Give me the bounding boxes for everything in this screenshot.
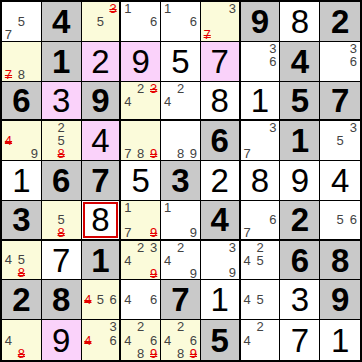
candidate-6: 6 xyxy=(187,15,200,28)
solved-digit: 9 xyxy=(291,164,309,197)
given-digit: 5 xyxy=(211,324,229,357)
cell-r3c7[interactable]: 1 xyxy=(241,82,281,122)
solved-digit: 8 xyxy=(211,84,229,117)
pencil-marks: 45 xyxy=(241,280,280,319)
given-digit: 3 xyxy=(171,164,189,197)
cell-r9c1[interactable]: 48 xyxy=(2,320,42,360)
candidate-6: 6 xyxy=(267,213,280,226)
given-digit: 2 xyxy=(331,5,349,38)
eliminated-candidate-4: 4 xyxy=(82,293,95,306)
candidate-8: 8 xyxy=(174,347,187,360)
pencil-marks: 57 xyxy=(2,2,41,41)
pencil-marks: 46 xyxy=(121,280,160,319)
cell-r2c1[interactable]: 87 xyxy=(2,42,42,82)
pencil-marks: 24 xyxy=(241,320,280,360)
cell-r1c6[interactable]: 37 xyxy=(201,2,241,42)
cell-r8c9[interactable]: 9 xyxy=(320,280,360,320)
cell-r4c3[interactable]: 4 xyxy=(82,121,122,161)
pencil-marks: 24 xyxy=(161,82,200,120)
candidate-4: 4 xyxy=(161,95,174,108)
candidate-4: 4 xyxy=(2,333,15,346)
cell-r3c1[interactable]: 6 xyxy=(2,82,42,122)
cell-r3c8[interactable]: 5 xyxy=(280,82,320,122)
eliminated-candidate-9: 9 xyxy=(147,147,160,160)
pencil-marks: 249 xyxy=(161,241,200,280)
candidate-2: 2 xyxy=(174,320,187,333)
given-digit: 9 xyxy=(331,283,349,316)
cell-r3c6[interactable]: 8 xyxy=(201,82,241,122)
cell-r6c5[interactable]: 19 xyxy=(161,201,201,241)
cell-r4c2[interactable]: 258 xyxy=(42,121,82,161)
cell-r2c3[interactable]: 2 xyxy=(82,42,122,82)
cell-r3c3[interactable]: 9 xyxy=(82,82,122,122)
solved-digit: 9 xyxy=(132,45,150,78)
cell-r8c7[interactable]: 45 xyxy=(241,280,281,320)
candidate-2: 2 xyxy=(174,241,187,254)
cell-r7c4[interactable]: 2349 xyxy=(121,241,161,281)
pencil-marks: 37 xyxy=(201,2,239,41)
candidate-7: 7 xyxy=(121,147,134,160)
cell-r4c9[interactable]: 35 xyxy=(320,121,360,161)
candidate-1: 1 xyxy=(121,201,134,214)
pencil-marks: 564 xyxy=(82,280,120,319)
solved-digit: 3 xyxy=(52,84,70,117)
cell-r5c3[interactable]: 7 xyxy=(82,161,122,201)
candidate-7: 7 xyxy=(121,226,134,239)
given-digit: 9 xyxy=(91,84,109,117)
candidate-6: 6 xyxy=(267,55,280,68)
given-digit: 1 xyxy=(52,45,70,78)
candidate-8: 8 xyxy=(134,147,147,160)
eliminated-candidate-7: 7 xyxy=(2,68,15,81)
given-digit: 3 xyxy=(12,203,30,236)
given-digit: 4 xyxy=(52,5,70,38)
pencil-marks: 2349 xyxy=(121,241,160,280)
pencil-marks: 87 xyxy=(2,42,41,81)
cell-r6c3[interactable]: 8 xyxy=(82,201,122,241)
candidate-6: 6 xyxy=(187,333,200,346)
candidate-2: 2 xyxy=(134,82,147,95)
eliminated-candidate-9: 9 xyxy=(147,267,160,280)
cell-r1c2[interactable]: 4 xyxy=(42,2,82,42)
candidate-5: 5 xyxy=(94,293,107,306)
candidate-5: 5 xyxy=(254,293,267,306)
cell-r2c8[interactable]: 4 xyxy=(280,42,320,82)
given-digit: 1 xyxy=(91,244,109,277)
cell-r7c6[interactable]: 39 xyxy=(201,241,241,281)
candidate-3: 3 xyxy=(226,2,239,15)
pencil-marks: 179 xyxy=(121,201,160,239)
eliminated-candidate-4: 4 xyxy=(2,134,15,147)
candidate-5: 5 xyxy=(333,213,346,226)
cell-r6c8[interactable]: 2 xyxy=(280,201,320,241)
pencil-marks: 67 xyxy=(241,201,280,239)
pencil-marks: 243 xyxy=(121,82,160,120)
candidate-4: 4 xyxy=(241,333,254,346)
cell-r1c4[interactable]: 16 xyxy=(121,2,161,42)
candidate-2: 2 xyxy=(174,82,187,95)
cell-r4c5[interactable]: 89 xyxy=(161,121,201,161)
cell-r1c5[interactable]: 16 xyxy=(161,2,201,42)
cell-r8c1[interactable]: 2 xyxy=(2,280,42,320)
cell-r5c4[interactable]: 5 xyxy=(121,161,161,201)
sudoku-board: 5745316163798287129573643663924324815794… xyxy=(0,0,362,362)
candidate-5: 5 xyxy=(15,15,28,28)
eliminated-candidate-3: 3 xyxy=(107,2,120,15)
cell-r7c9[interactable]: 8 xyxy=(320,241,360,281)
cell-r8c8[interactable]: 3 xyxy=(280,280,320,320)
solved-digit: 3 xyxy=(291,283,309,316)
candidate-6: 6 xyxy=(147,293,160,306)
cell-r3c2[interactable]: 3 xyxy=(42,82,82,122)
cell-r5c7[interactable]: 8 xyxy=(241,161,281,201)
solved-digit: 1 xyxy=(12,164,30,197)
cell-r7c5[interactable]: 249 xyxy=(161,241,201,281)
candidate-7: 7 xyxy=(241,147,254,160)
pencil-marks: 58 xyxy=(42,201,81,239)
cell-r8c5[interactable]: 7 xyxy=(161,280,201,320)
pencil-marks: 35 xyxy=(320,121,360,160)
cell-r7c1[interactable]: 458 xyxy=(2,241,42,281)
cell-r4c6[interactable]: 6 xyxy=(201,121,241,161)
solved-digit: 2 xyxy=(91,45,109,78)
solved-digit: 8 xyxy=(91,203,109,236)
cell-r2c5[interactable]: 5 xyxy=(161,42,201,82)
cell-r2c6[interactable]: 7 xyxy=(201,42,241,82)
candidate-8: 8 xyxy=(134,347,147,360)
cell-r6c2[interactable]: 58 xyxy=(42,201,82,241)
candidate-3: 3 xyxy=(267,42,280,55)
candidate-4: 4 xyxy=(241,293,254,306)
eliminated-candidate-9: 9 xyxy=(147,226,160,239)
given-digit: 8 xyxy=(331,244,349,277)
candidate-2: 2 xyxy=(254,241,267,254)
cell-r5c1[interactable]: 1 xyxy=(2,161,42,201)
solved-digit: 4 xyxy=(91,124,109,157)
eliminated-candidate-7: 7 xyxy=(201,28,214,41)
eliminated-candidate-4: 4 xyxy=(82,333,95,346)
cell-r4c8[interactable]: 1 xyxy=(280,121,320,161)
given-digit: 7 xyxy=(171,283,189,316)
candidate-3: 3 xyxy=(147,241,160,254)
cell-r2c4[interactable]: 9 xyxy=(121,42,161,82)
given-digit: 8 xyxy=(52,283,70,316)
cell-r1c3[interactable]: 53 xyxy=(82,2,122,42)
pencil-marks: 39 xyxy=(201,241,239,280)
given-digit: 2 xyxy=(291,203,309,236)
pencil-marks: 458 xyxy=(2,241,41,280)
cell-r2c2[interactable]: 1 xyxy=(42,42,82,82)
pencil-marks: 19 xyxy=(161,201,200,239)
candidate-4: 4 xyxy=(161,254,174,267)
candidate-8: 8 xyxy=(174,147,187,160)
cell-r4c7[interactable]: 37 xyxy=(241,121,281,161)
candidate-9: 9 xyxy=(187,147,200,160)
candidate-1: 1 xyxy=(161,201,174,214)
pencil-marks: 16 xyxy=(121,2,160,41)
pencil-marks: 24689 xyxy=(161,320,200,360)
given-digit: 5 xyxy=(291,84,309,117)
cell-r5c2[interactable]: 6 xyxy=(42,161,82,201)
candidate-9: 9 xyxy=(187,267,200,280)
candidate-6: 6 xyxy=(147,333,160,346)
cell-r7c8[interactable]: 6 xyxy=(280,241,320,281)
solved-digit: 7 xyxy=(52,244,70,277)
candidate-7: 7 xyxy=(241,226,254,239)
candidate-6: 6 xyxy=(147,15,160,28)
candidate-4: 4 xyxy=(2,253,15,266)
solved-digit: 8 xyxy=(291,5,309,38)
given-digit: 9 xyxy=(251,5,269,38)
candidate-5: 5 xyxy=(55,213,68,226)
candidate-4: 4 xyxy=(121,254,134,267)
candidate-5: 5 xyxy=(94,15,107,28)
given-digit: 6 xyxy=(291,244,309,277)
solved-digit: 1 xyxy=(251,84,269,117)
solved-digit: 7 xyxy=(291,324,309,357)
solved-digit: 9 xyxy=(52,324,70,357)
candidate-6: 6 xyxy=(107,333,120,346)
candidate-6: 6 xyxy=(347,55,360,68)
cell-r1c7[interactable]: 9 xyxy=(241,2,281,42)
pencil-marks: 789 xyxy=(121,121,160,160)
cell-r4c4[interactable]: 789 xyxy=(121,121,161,161)
given-digit: 4 xyxy=(291,45,309,78)
cell-r1c9[interactable]: 2 xyxy=(320,2,360,42)
candidate-4: 4 xyxy=(121,333,134,346)
cell-r9c3[interactable]: 364 xyxy=(82,320,122,360)
candidate-4: 4 xyxy=(241,254,254,267)
candidate-8: 8 xyxy=(15,68,28,81)
candidate-5: 5 xyxy=(333,134,346,147)
cell-r9c7[interactable]: 24 xyxy=(241,320,281,360)
cell-r1c8[interactable]: 8 xyxy=(280,2,320,42)
cell-r8c3[interactable]: 564 xyxy=(82,280,122,320)
pencil-marks: 24689 xyxy=(121,320,160,360)
cell-r9c2[interactable]: 9 xyxy=(42,320,82,360)
cell-r8c4[interactable]: 46 xyxy=(121,280,161,320)
pencil-marks: 16 xyxy=(161,2,200,41)
pencil-marks: 364 xyxy=(82,320,120,360)
cell-r3c4[interactable]: 243 xyxy=(121,82,161,122)
given-digit: 7 xyxy=(91,164,109,197)
cell-r2c7[interactable]: 36 xyxy=(241,42,281,82)
pencil-marks: 37 xyxy=(241,121,280,160)
solved-digit: 5 xyxy=(171,45,189,78)
candidate-6: 6 xyxy=(107,293,120,306)
candidate-4: 4 xyxy=(121,293,134,306)
candidate-1: 1 xyxy=(121,2,134,15)
solved-digit: 2 xyxy=(211,164,229,197)
cell-r9c6[interactable]: 5 xyxy=(201,320,241,360)
cell-r3c9[interactable]: 7 xyxy=(320,82,360,122)
cell-r7c2[interactable]: 7 xyxy=(42,241,82,281)
given-digit: 4 xyxy=(211,203,229,236)
candidate-4: 4 xyxy=(161,333,174,346)
candidate-5: 5 xyxy=(254,254,267,267)
pencil-marks: 53 xyxy=(82,2,120,41)
solved-digit: 7 xyxy=(211,45,229,78)
candidate-2: 2 xyxy=(134,241,147,254)
cell-r6c7[interactable]: 67 xyxy=(241,201,281,241)
given-digit: 7 xyxy=(331,84,349,117)
candidate-3: 3 xyxy=(347,121,360,134)
candidate-9: 9 xyxy=(28,147,41,160)
cell-r9c9[interactable]: 1 xyxy=(320,320,360,360)
candidate-7: 7 xyxy=(2,28,15,41)
given-digit: 6 xyxy=(211,124,229,157)
candidate-3: 3 xyxy=(347,42,360,55)
candidate-2: 2 xyxy=(254,320,267,333)
cell-r1c1[interactable]: 57 xyxy=(2,2,42,42)
pencil-marks: 245 xyxy=(241,241,280,280)
cell-r4c1[interactable]: 94 xyxy=(2,121,42,161)
pencil-marks: 258 xyxy=(42,121,81,160)
pencil-marks: 94 xyxy=(2,121,41,160)
pencil-marks: 36 xyxy=(320,42,360,81)
eliminated-candidate-8: 8 xyxy=(55,147,68,160)
given-digit: 1 xyxy=(291,124,309,157)
pencil-marks: 36 xyxy=(241,42,280,81)
given-digit: 6 xyxy=(52,164,70,197)
cell-r7c7[interactable]: 245 xyxy=(241,241,281,281)
solved-digit: 8 xyxy=(251,164,269,197)
cell-r9c8[interactable]: 7 xyxy=(280,320,320,360)
given-digit: 2 xyxy=(12,283,30,316)
candidate-2: 2 xyxy=(134,320,147,333)
candidate-3: 3 xyxy=(226,241,239,254)
given-digit: 6 xyxy=(12,84,30,117)
eliminated-candidate-8: 8 xyxy=(55,226,68,239)
eliminated-candidate-8: 8 xyxy=(15,266,28,279)
cell-r5c9[interactable]: 4 xyxy=(320,161,360,201)
cell-r3c5[interactable]: 24 xyxy=(161,82,201,122)
candidate-9: 9 xyxy=(187,226,200,239)
solved-digit: 1 xyxy=(331,324,349,357)
solved-digit: 4 xyxy=(331,164,349,197)
eliminated-candidate-9: 9 xyxy=(147,347,160,360)
solved-digit: 5 xyxy=(132,164,150,197)
cell-r8c2[interactable]: 8 xyxy=(42,280,82,320)
pencil-marks: 89 xyxy=(161,121,200,160)
cell-r2c9[interactable]: 36 xyxy=(320,42,360,82)
cell-r6c4[interactable]: 179 xyxy=(121,201,161,241)
cell-r9c5[interactable]: 24689 xyxy=(161,320,201,360)
pencil-marks: 56 xyxy=(320,201,360,239)
cell-r6c6[interactable]: 4 xyxy=(201,201,241,241)
cell-r8c6[interactable]: 1 xyxy=(201,280,241,320)
candidate-9: 9 xyxy=(226,266,239,279)
cell-r5c5[interactable]: 3 xyxy=(161,161,201,201)
cell-r7c3[interactable]: 1 xyxy=(82,241,122,281)
candidate-3: 3 xyxy=(267,121,280,134)
eliminated-candidate-8: 8 xyxy=(15,347,28,360)
candidate-1: 1 xyxy=(161,2,174,15)
candidate-3: 3 xyxy=(107,320,120,333)
cell-r6c1[interactable]: 3 xyxy=(2,201,42,241)
cell-r5c6[interactable]: 2 xyxy=(201,161,241,201)
eliminated-candidate-3: 3 xyxy=(147,82,160,95)
eliminated-candidate-9: 9 xyxy=(187,347,200,360)
cell-r9c4[interactable]: 24689 xyxy=(121,320,161,360)
candidate-4: 4 xyxy=(121,95,134,108)
pencil-marks: 48 xyxy=(2,320,41,360)
candidate-6: 6 xyxy=(347,213,360,226)
cell-r5c8[interactable]: 9 xyxy=(280,161,320,201)
solved-digit: 1 xyxy=(211,283,229,316)
cell-r6c9[interactable]: 56 xyxy=(320,201,360,241)
